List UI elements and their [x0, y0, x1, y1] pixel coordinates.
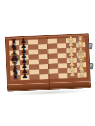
square-h7: ♟ [20, 75, 30, 80]
square-h6 [29, 74, 39, 79]
square-h2: ♟ [67, 73, 77, 78]
board-frame: ♜♟♟♜♞♟♟♞♝♟♟♝♛♟♟♛♚♟♟♚♝♟♟♝♞♟♟♞♜♟♟♜ [5, 33, 91, 85]
clasp-icon [89, 63, 94, 69]
chess-set-photo: ♜♟♟♜♞♟♟♞♝♟♟♝♛♟♟♛♚♟♟♚♝♟♟♝♞♟♟♞♜♟♟♜ [0, 0, 95, 126]
square-h5 [39, 74, 49, 79]
square-h3 [58, 73, 68, 78]
square-h4 [48, 74, 58, 79]
square-h8: ♜ [10, 75, 20, 80]
chess-board: ♜♟♟♜♞♟♟♞♝♟♟♝♛♟♟♛♚♟♟♚♝♟♟♝♞♟♟♞♜♟♟♜ [5, 33, 91, 94]
clasp-icon [88, 43, 93, 49]
square-h1: ♜ [77, 72, 87, 77]
